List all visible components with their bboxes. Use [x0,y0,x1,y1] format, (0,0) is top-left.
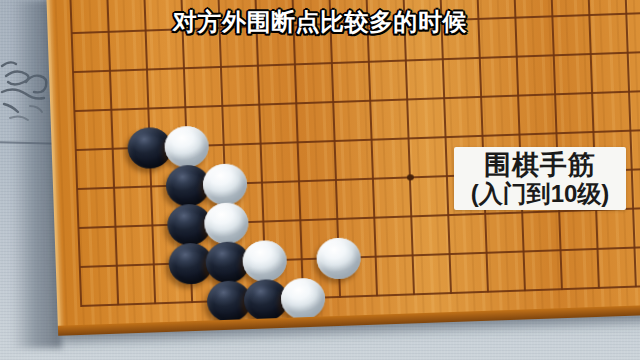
video-frame: 对方外围断点比较多的时候 围棋手筋 (入门到10级) [0,0,640,360]
grid-line-vertical [439,0,452,294]
grid-line-vertical [69,0,82,307]
white-stone [204,202,249,245]
grid-line-horizontal [81,284,640,307]
star-point [406,174,413,180]
series-label-line2: (入门到10级) [471,180,610,207]
grid-line-vertical [402,0,415,295]
caption-top: 对方外围断点比较多的时候 [0,6,640,38]
white-stone [280,277,325,320]
grid-line-vertical [550,0,563,290]
grid-line-vertical [623,0,636,288]
series-label-line1: 围棋手筋 [484,150,596,180]
grid-line-vertical [106,0,119,306]
grid-line-vertical [291,0,304,299]
white-stone [242,239,287,282]
grid-line-vertical [365,0,378,297]
white-stone [164,125,209,168]
series-label: 围棋手筋 (入门到10级) [454,147,626,210]
grid-line-vertical [513,0,526,291]
grid-line-vertical [587,0,600,289]
white-stone [202,163,247,206]
